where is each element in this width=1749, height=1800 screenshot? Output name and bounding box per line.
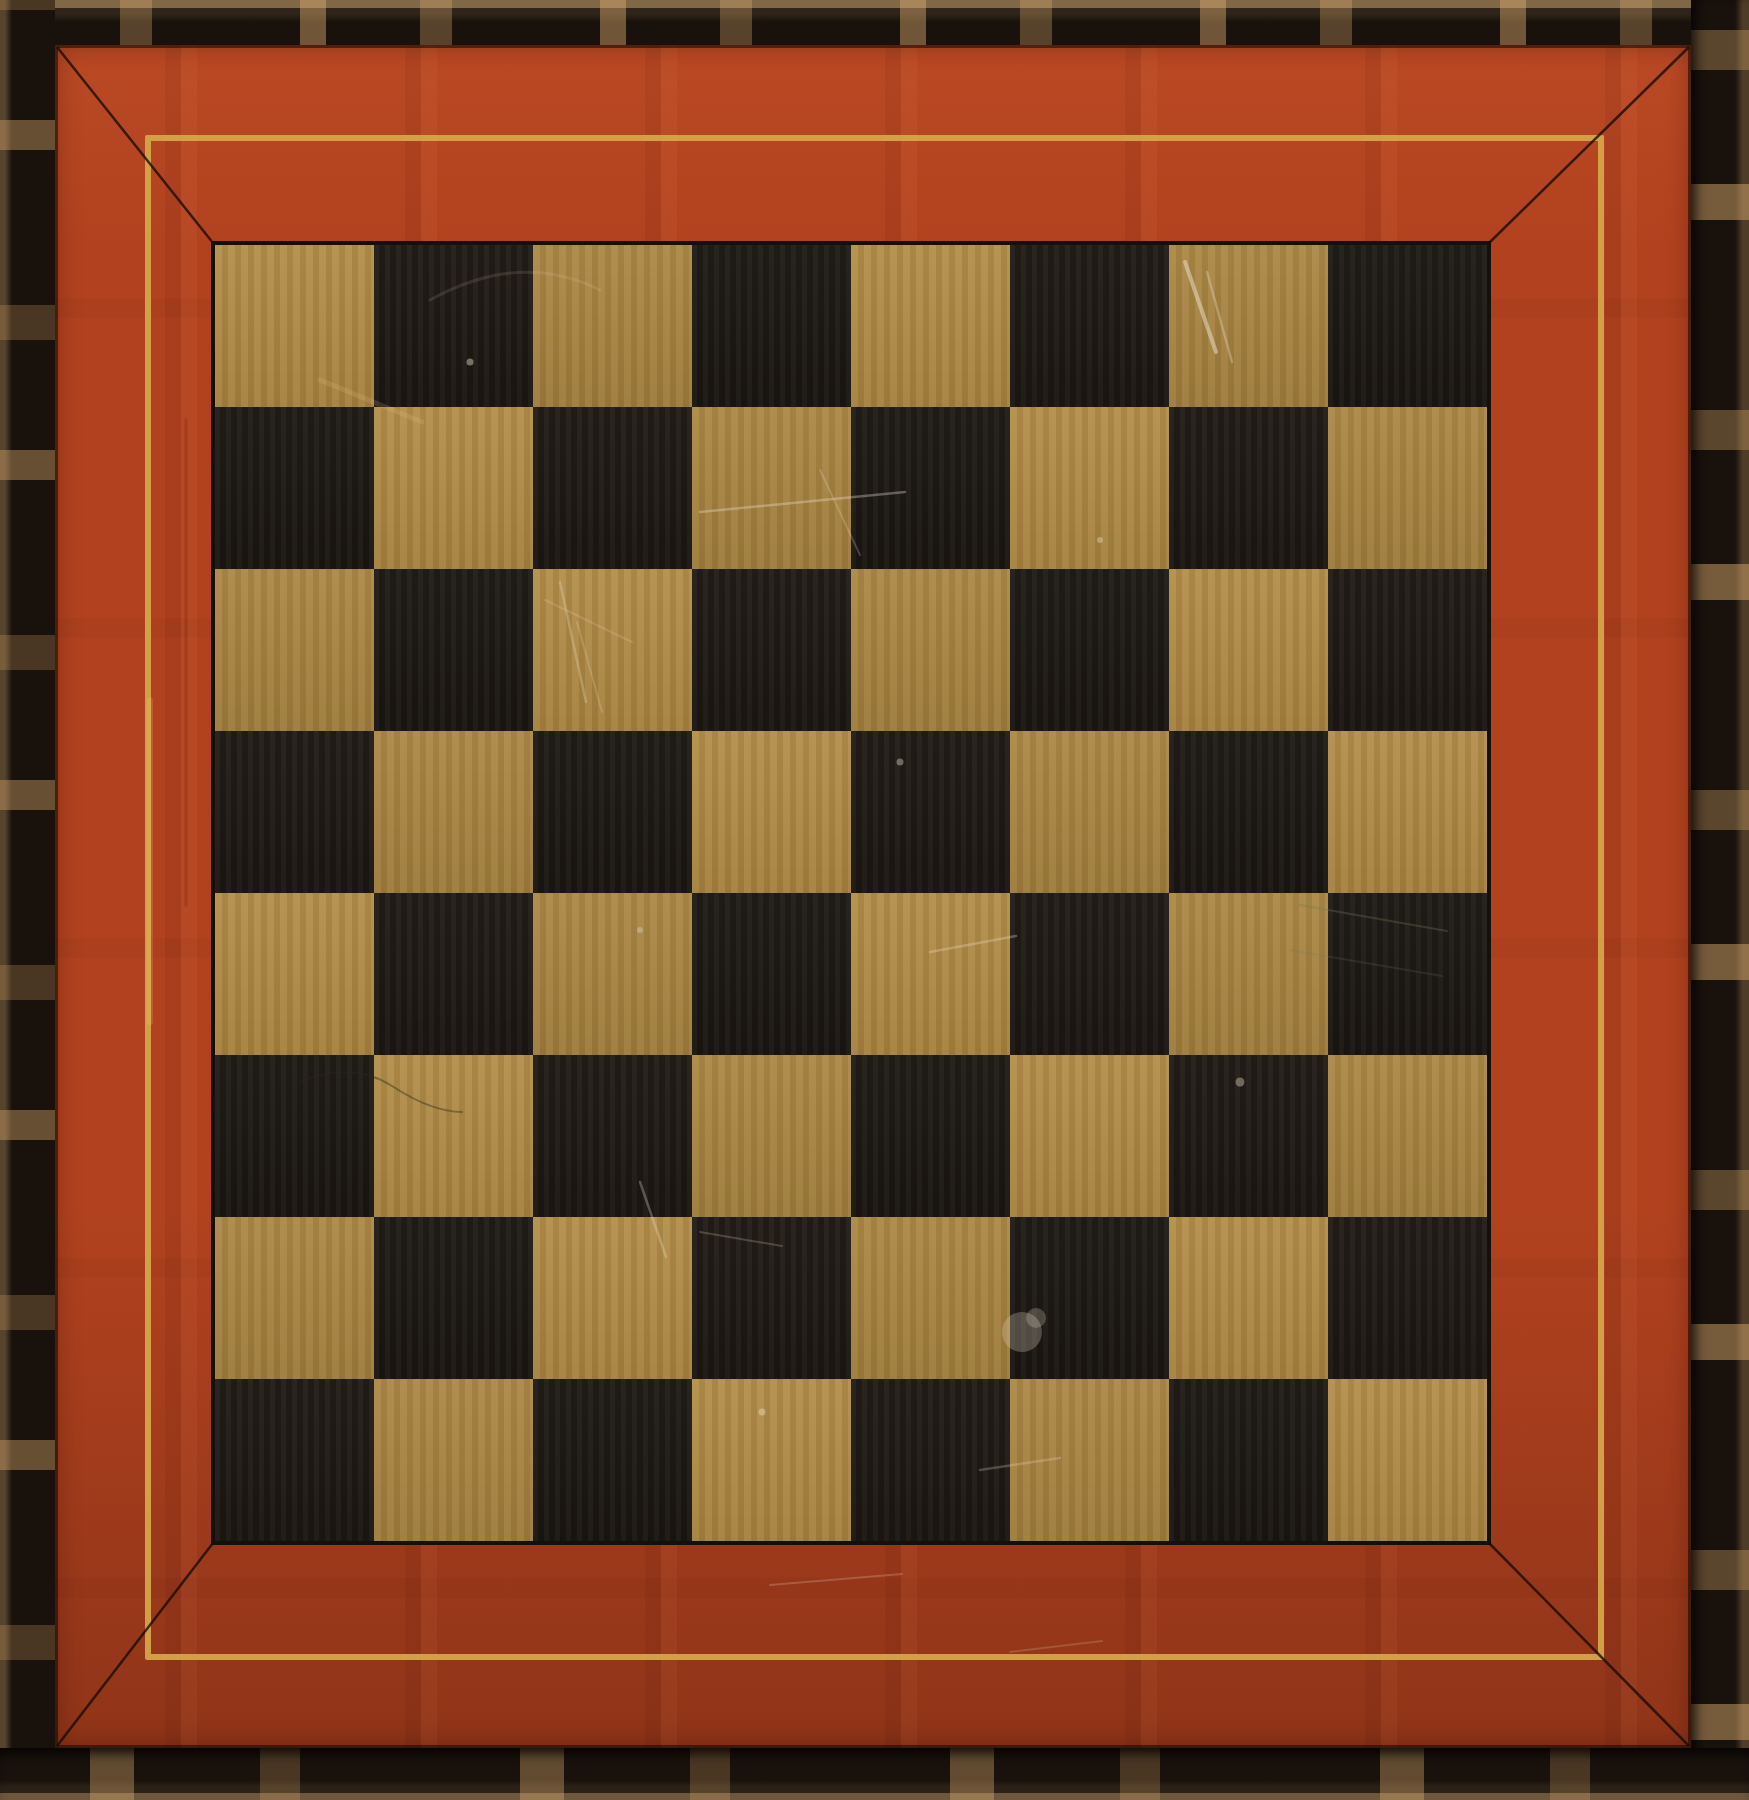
square-b4[interactable] <box>374 893 533 1055</box>
square-f1[interactable] <box>1010 1379 1169 1541</box>
frame-bottom <box>0 1748 1749 1800</box>
square-b5[interactable] <box>374 731 533 893</box>
square-a3[interactable] <box>215 1055 374 1217</box>
square-d4[interactable] <box>692 893 851 1055</box>
square-g5[interactable] <box>1169 731 1328 893</box>
square-b8[interactable] <box>374 245 533 407</box>
square-f6[interactable] <box>1010 569 1169 731</box>
square-d7[interactable] <box>692 407 851 569</box>
square-h5[interactable] <box>1328 731 1487 893</box>
square-h2[interactable] <box>1328 1217 1487 1379</box>
square-d5[interactable] <box>692 731 851 893</box>
square-d8[interactable] <box>692 245 851 407</box>
square-a8[interactable] <box>215 245 374 407</box>
square-b6[interactable] <box>374 569 533 731</box>
square-f5[interactable] <box>1010 731 1169 893</box>
square-d1[interactable] <box>692 1379 851 1541</box>
square-h4[interactable] <box>1328 893 1487 1055</box>
square-e8[interactable] <box>851 245 1010 407</box>
square-f8[interactable] <box>1010 245 1169 407</box>
square-g1[interactable] <box>1169 1379 1328 1541</box>
square-g3[interactable] <box>1169 1055 1328 1217</box>
square-e5[interactable] <box>851 731 1010 893</box>
frame-left <box>0 0 55 1800</box>
square-a4[interactable] <box>215 893 374 1055</box>
square-e2[interactable] <box>851 1217 1010 1379</box>
frame-top <box>0 0 1749 45</box>
square-a6[interactable] <box>215 569 374 731</box>
square-c3[interactable] <box>533 1055 692 1217</box>
square-d6[interactable] <box>692 569 851 731</box>
square-c4[interactable] <box>533 893 692 1055</box>
square-h3[interactable] <box>1328 1055 1487 1217</box>
square-f2[interactable] <box>1010 1217 1169 1379</box>
square-e6[interactable] <box>851 569 1010 731</box>
square-a2[interactable] <box>215 1217 374 1379</box>
game-board-photo <box>0 0 1749 1800</box>
square-b3[interactable] <box>374 1055 533 1217</box>
square-a7[interactable] <box>215 407 374 569</box>
square-c1[interactable] <box>533 1379 692 1541</box>
square-c5[interactable] <box>533 731 692 893</box>
square-c6[interactable] <box>533 569 692 731</box>
square-e4[interactable] <box>851 893 1010 1055</box>
square-d3[interactable] <box>692 1055 851 1217</box>
checkerboard <box>211 241 1491 1545</box>
square-b2[interactable] <box>374 1217 533 1379</box>
square-b1[interactable] <box>374 1379 533 1541</box>
square-c2[interactable] <box>533 1217 692 1379</box>
square-b7[interactable] <box>374 407 533 569</box>
square-e1[interactable] <box>851 1379 1010 1541</box>
square-g2[interactable] <box>1169 1217 1328 1379</box>
square-d2[interactable] <box>692 1217 851 1379</box>
square-c7[interactable] <box>533 407 692 569</box>
square-f4[interactable] <box>1010 893 1169 1055</box>
square-g8[interactable] <box>1169 245 1328 407</box>
square-h6[interactable] <box>1328 569 1487 731</box>
square-h1[interactable] <box>1328 1379 1487 1541</box>
square-a1[interactable] <box>215 1379 374 1541</box>
square-f7[interactable] <box>1010 407 1169 569</box>
square-g4[interactable] <box>1169 893 1328 1055</box>
square-e7[interactable] <box>851 407 1010 569</box>
square-g6[interactable] <box>1169 569 1328 731</box>
square-h7[interactable] <box>1328 407 1487 569</box>
square-e3[interactable] <box>851 1055 1010 1217</box>
square-f3[interactable] <box>1010 1055 1169 1217</box>
square-h8[interactable] <box>1328 245 1487 407</box>
square-c8[interactable] <box>533 245 692 407</box>
square-g7[interactable] <box>1169 407 1328 569</box>
square-a5[interactable] <box>215 731 374 893</box>
frame-right <box>1691 0 1749 1800</box>
